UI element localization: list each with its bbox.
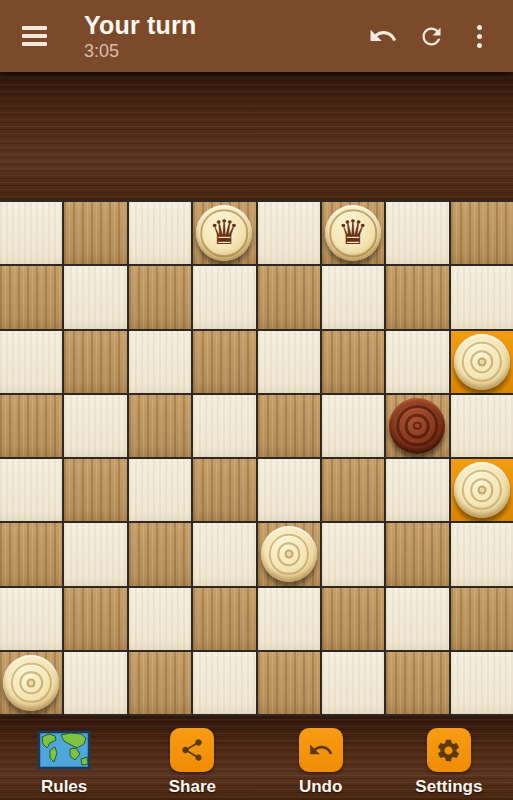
rules-label: Rules: [41, 777, 87, 797]
square-d2[interactable]: [193, 588, 255, 650]
king-crown-icon: ♛: [209, 215, 239, 249]
square-b2[interactable]: [64, 588, 126, 650]
square-e5[interactable]: [258, 395, 320, 457]
square-e4[interactable]: [258, 459, 320, 521]
wood-background-top: [0, 72, 513, 200]
square-c8[interactable]: [129, 202, 191, 264]
hamburger-menu-icon: [22, 26, 47, 30]
settings-button[interactable]: Settings: [385, 728, 513, 797]
square-c2[interactable]: [129, 588, 191, 650]
square-g2[interactable]: [386, 588, 448, 650]
square-h4[interactable]: [451, 459, 513, 521]
app-bar-actions: [359, 12, 503, 60]
square-e1[interactable]: [258, 652, 320, 714]
square-f5[interactable]: [322, 395, 384, 457]
settings-label: Settings: [415, 777, 482, 797]
square-e3[interactable]: [258, 523, 320, 585]
gear-icon: [427, 728, 471, 772]
undo-button[interactable]: Undo: [257, 728, 385, 797]
square-e6[interactable]: [258, 331, 320, 393]
square-c7[interactable]: [129, 266, 191, 328]
world-map-icon: [37, 728, 91, 772]
undo-icon: [368, 21, 398, 51]
menu-button[interactable]: [14, 14, 58, 58]
undo-icon: [299, 728, 343, 772]
square-h2[interactable]: [451, 588, 513, 650]
rules-button[interactable]: Rules: [0, 728, 128, 797]
square-c4[interactable]: [129, 459, 191, 521]
white-man[interactable]: [3, 655, 59, 711]
square-c1[interactable]: [129, 652, 191, 714]
restart-action-button[interactable]: [407, 12, 455, 60]
share-button[interactable]: Share: [128, 728, 256, 797]
square-b7[interactable]: [64, 266, 126, 328]
share-label: Share: [169, 777, 216, 797]
white-king[interactable]: ♛: [196, 205, 252, 261]
square-c5[interactable]: [129, 395, 191, 457]
square-h7[interactable]: [451, 266, 513, 328]
square-h6[interactable]: [451, 331, 513, 393]
square-a3[interactable]: [0, 523, 62, 585]
square-d4[interactable]: [193, 459, 255, 521]
bottom-toolbar: Rules Share Undo Settin: [0, 716, 513, 800]
square-f7[interactable]: [322, 266, 384, 328]
square-g6[interactable]: [386, 331, 448, 393]
app-bar: Your turn 3:05: [0, 0, 513, 72]
square-b1[interactable]: [64, 652, 126, 714]
overflow-menu-button[interactable]: [455, 12, 503, 60]
overflow-menu-icon: [477, 25, 482, 48]
square-h3[interactable]: [451, 523, 513, 585]
square-e8[interactable]: [258, 202, 320, 264]
square-b6[interactable]: [64, 331, 126, 393]
app-screen: Your turn 3:05 ♛♛: [0, 0, 513, 800]
share-icon: [170, 728, 214, 772]
square-a2[interactable]: [0, 588, 62, 650]
square-c3[interactable]: [129, 523, 191, 585]
square-f6[interactable]: [322, 331, 384, 393]
square-d1[interactable]: [193, 652, 255, 714]
square-e7[interactable]: [258, 266, 320, 328]
white-king[interactable]: ♛: [325, 205, 381, 261]
white-man[interactable]: [454, 462, 510, 518]
square-h5[interactable]: [451, 395, 513, 457]
king-crown-icon: ♛: [338, 215, 368, 249]
square-b3[interactable]: [64, 523, 126, 585]
white-man[interactable]: [261, 526, 317, 582]
square-b4[interactable]: [64, 459, 126, 521]
square-a8[interactable]: [0, 202, 62, 264]
square-h8[interactable]: [451, 202, 513, 264]
square-f3[interactable]: [322, 523, 384, 585]
square-g3[interactable]: [386, 523, 448, 585]
square-a1[interactable]: [0, 652, 62, 714]
square-g8[interactable]: [386, 202, 448, 264]
page-title: Your turn: [84, 10, 196, 40]
square-g4[interactable]: [386, 459, 448, 521]
square-d6[interactable]: [193, 331, 255, 393]
app-bar-titles: Your turn 3:05: [84, 10, 196, 62]
square-f1[interactable]: [322, 652, 384, 714]
square-d7[interactable]: [193, 266, 255, 328]
square-c6[interactable]: [129, 331, 191, 393]
square-a5[interactable]: [0, 395, 62, 457]
square-g1[interactable]: [386, 652, 448, 714]
square-d3[interactable]: [193, 523, 255, 585]
square-f8[interactable]: ♛: [322, 202, 384, 264]
square-a7[interactable]: [0, 266, 62, 328]
game-timer: 3:05: [84, 40, 196, 62]
square-a6[interactable]: [0, 331, 62, 393]
square-d5[interactable]: [193, 395, 255, 457]
square-a4[interactable]: [0, 459, 62, 521]
undo-action-button[interactable]: [359, 12, 407, 60]
square-g5[interactable]: [386, 395, 448, 457]
square-d8[interactable]: ♛: [193, 202, 255, 264]
undo-label: Undo: [299, 777, 342, 797]
square-g7[interactable]: [386, 266, 448, 328]
square-e2[interactable]: [258, 588, 320, 650]
dark-man[interactable]: [389, 398, 445, 454]
square-h1[interactable]: [451, 652, 513, 714]
square-b5[interactable]: [64, 395, 126, 457]
square-f4[interactable]: [322, 459, 384, 521]
square-f2[interactable]: [322, 588, 384, 650]
restart-icon: [418, 23, 445, 50]
checkers-board: ♛♛: [0, 200, 513, 716]
square-b8[interactable]: [64, 202, 126, 264]
white-man[interactable]: [454, 334, 510, 390]
